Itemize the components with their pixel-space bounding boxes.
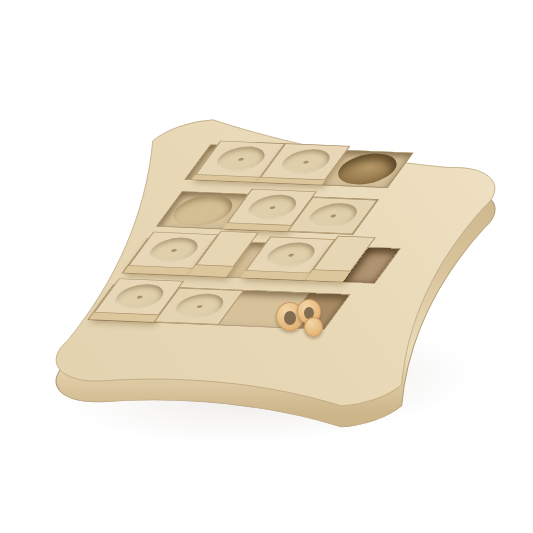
lid-circular-depression: [241, 194, 303, 221]
lid-circular-depression: [209, 146, 271, 173]
depression-center-dot: [287, 254, 294, 257]
lid-circular-depression: [168, 293, 230, 320]
lid-circular-depression: [274, 148, 336, 175]
lid-circular-depression: [301, 202, 363, 229]
depression-center-dot: [329, 214, 336, 217]
depression-center-dot: [302, 161, 309, 164]
lid-circular-depression: [108, 283, 170, 310]
lid-circular-depression: [142, 237, 204, 264]
depression-center-dot: [268, 206, 275, 209]
depression-center-dot: [237, 158, 244, 161]
depression-center-dot: [196, 305, 203, 308]
product-photo-scene: [0, 0, 533, 533]
lid-circular-depression: [259, 242, 321, 269]
depression-center-dot: [170, 249, 177, 252]
depression-center-dot: [136, 296, 143, 299]
